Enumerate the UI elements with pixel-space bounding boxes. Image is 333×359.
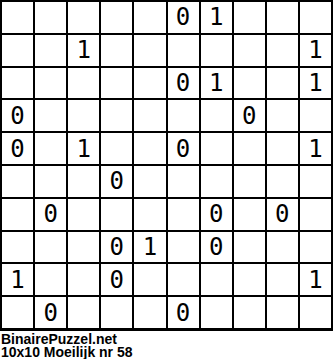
cell-r10c6[interactable]: 0 xyxy=(168,297,199,328)
cell-r5c7[interactable] xyxy=(201,133,232,164)
cell-r9c4[interactable]: 0 xyxy=(101,264,132,295)
cell-r4c9[interactable] xyxy=(267,100,298,131)
cell-r1c4[interactable] xyxy=(101,2,132,33)
cell-r4c3[interactable] xyxy=(68,100,99,131)
cell-r6c6[interactable] xyxy=(168,166,199,197)
cell-r1c5[interactable] xyxy=(134,2,165,33)
cell-r7c10[interactable] xyxy=(300,199,331,230)
cell-r9c1[interactable]: 1 xyxy=(2,264,33,295)
cell-r3c7[interactable]: 1 xyxy=(201,68,232,99)
cell-r3c9[interactable] xyxy=(267,68,298,99)
cell-r2c8[interactable] xyxy=(234,35,265,66)
cell-r10c4[interactable] xyxy=(101,297,132,328)
cell-r10c5[interactable] xyxy=(134,297,165,328)
cell-r2c3[interactable]: 1 xyxy=(68,35,99,66)
cell-r1c7[interactable]: 1 xyxy=(201,2,232,33)
cell-r4c8[interactable]: 0 xyxy=(234,100,265,131)
cell-r6c10[interactable] xyxy=(300,166,331,197)
cell-r6c7[interactable] xyxy=(201,166,232,197)
cell-r6c3[interactable] xyxy=(68,166,99,197)
cell-r6c4[interactable]: 0 xyxy=(101,166,132,197)
cell-r9c9[interactable] xyxy=(267,264,298,295)
cell-r5c3[interactable]: 1 xyxy=(68,133,99,164)
footer: BinairePuzzel.net 10x10 Moeilijk nr 58 xyxy=(0,331,333,359)
cell-r5c9[interactable] xyxy=(267,133,298,164)
cell-r7c5[interactable] xyxy=(134,199,165,230)
cell-r7c7[interactable]: 0 xyxy=(201,199,232,230)
cell-r9c10[interactable]: 1 xyxy=(300,264,331,295)
cell-r9c2[interactable] xyxy=(35,264,66,295)
cell-r4c5[interactable] xyxy=(134,100,165,131)
cell-r8c10[interactable] xyxy=(300,232,331,263)
cell-r10c3[interactable] xyxy=(68,297,99,328)
cell-r6c9[interactable] xyxy=(267,166,298,197)
cell-r9c7[interactable] xyxy=(201,264,232,295)
cell-r8c1[interactable] xyxy=(2,232,33,263)
cell-r6c1[interactable] xyxy=(2,166,33,197)
cell-r10c10[interactable] xyxy=(300,297,331,328)
binary-puzzle-board: 0111011000101000001010100 BinairePuzzel.… xyxy=(0,0,333,359)
cell-r1c6[interactable]: 0 xyxy=(168,2,199,33)
cell-r1c9[interactable] xyxy=(267,2,298,33)
cell-r2c9[interactable] xyxy=(267,35,298,66)
cell-r5c4[interactable] xyxy=(101,133,132,164)
cell-r3c3[interactable] xyxy=(68,68,99,99)
cell-r6c2[interactable] xyxy=(35,166,66,197)
cell-r2c10[interactable]: 1 xyxy=(300,35,331,66)
cell-r1c3[interactable] xyxy=(68,2,99,33)
cell-r3c6[interactable]: 0 xyxy=(168,68,199,99)
cell-r4c10[interactable] xyxy=(300,100,331,131)
cell-r10c1[interactable] xyxy=(2,297,33,328)
cell-r3c8[interactable] xyxy=(234,68,265,99)
cell-r5c2[interactable] xyxy=(35,133,66,164)
cell-r6c5[interactable] xyxy=(134,166,165,197)
cell-r2c7[interactable] xyxy=(201,35,232,66)
cell-r8c8[interactable] xyxy=(234,232,265,263)
cell-r4c1[interactable]: 0 xyxy=(2,100,33,131)
cell-r2c1[interactable] xyxy=(2,35,33,66)
cell-r9c5[interactable] xyxy=(134,264,165,295)
cell-r4c2[interactable] xyxy=(35,100,66,131)
puzzle-grid: 0111011000101000001010100 xyxy=(0,0,333,331)
cell-r9c3[interactable] xyxy=(68,264,99,295)
cell-r2c5[interactable] xyxy=(134,35,165,66)
cell-r8c7[interactable]: 0 xyxy=(201,232,232,263)
cell-r5c8[interactable] xyxy=(234,133,265,164)
cell-r1c8[interactable] xyxy=(234,2,265,33)
cell-r1c10[interactable] xyxy=(300,2,331,33)
cell-r7c1[interactable] xyxy=(2,199,33,230)
cell-r7c8[interactable] xyxy=(234,199,265,230)
cell-r3c5[interactable] xyxy=(134,68,165,99)
cell-r10c9[interactable] xyxy=(267,297,298,328)
cell-r10c2[interactable]: 0 xyxy=(35,297,66,328)
cell-r5c5[interactable] xyxy=(134,133,165,164)
cell-r8c9[interactable] xyxy=(267,232,298,263)
cell-r4c4[interactable] xyxy=(101,100,132,131)
cell-r10c8[interactable] xyxy=(234,297,265,328)
cell-r3c2[interactable] xyxy=(35,68,66,99)
cell-r2c4[interactable] xyxy=(101,35,132,66)
cell-r6c8[interactable] xyxy=(234,166,265,197)
cell-r2c6[interactable] xyxy=(168,35,199,66)
cell-r9c6[interactable] xyxy=(168,264,199,295)
cell-r7c3[interactable] xyxy=(68,199,99,230)
cell-r1c1[interactable] xyxy=(2,2,33,33)
cell-r8c4[interactable]: 0 xyxy=(101,232,132,263)
cell-r8c6[interactable] xyxy=(168,232,199,263)
cell-r10c7[interactable] xyxy=(201,297,232,328)
cell-r7c9[interactable]: 0 xyxy=(267,199,298,230)
cell-r5c1[interactable]: 0 xyxy=(2,133,33,164)
cell-r7c4[interactable] xyxy=(101,199,132,230)
puzzle-subtitle: 10x10 Moeilijk nr 58 xyxy=(1,346,333,359)
cell-r8c2[interactable] xyxy=(35,232,66,263)
cell-r9c8[interactable] xyxy=(234,264,265,295)
cell-r7c2[interactable]: 0 xyxy=(35,199,66,230)
cell-r7c6[interactable] xyxy=(168,199,199,230)
cell-r1c2[interactable] xyxy=(35,2,66,33)
cell-r8c5[interactable]: 1 xyxy=(134,232,165,263)
cell-r3c4[interactable] xyxy=(101,68,132,99)
cell-r4c7[interactable] xyxy=(201,100,232,131)
cell-r3c10[interactable]: 1 xyxy=(300,68,331,99)
cell-r5c6[interactable]: 0 xyxy=(168,133,199,164)
cell-r4c6[interactable] xyxy=(168,100,199,131)
cell-r5c10[interactable]: 1 xyxy=(300,133,331,164)
cell-r8c3[interactable] xyxy=(68,232,99,263)
cell-r2c2[interactable] xyxy=(35,35,66,66)
cell-r3c1[interactable] xyxy=(2,68,33,99)
